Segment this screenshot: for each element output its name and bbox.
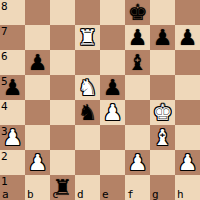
square-b8[interactable] — [25, 0, 50, 25]
square-a4[interactable]: 4 — [0, 100, 25, 125]
square-h3[interactable] — [175, 125, 200, 150]
square-g4[interactable]: ♚ — [150, 100, 175, 125]
square-f1[interactable]: f — [125, 175, 150, 200]
square-h5[interactable] — [175, 75, 200, 100]
rank-label-2: 2 — [1, 151, 8, 162]
square-a1[interactable]: 1a — [0, 175, 25, 200]
square-d7[interactable]: ♜ — [75, 25, 100, 50]
file-label-b: b — [27, 189, 34, 200]
piece-black-bishop: ♝ — [128, 50, 148, 75]
square-e4[interactable]: ♟ — [100, 100, 125, 125]
rank-label-7: 7 — [1, 26, 8, 37]
piece-black-pawn: ♟ — [153, 25, 173, 50]
piece-white-knight: ♞ — [78, 75, 98, 100]
square-f6[interactable]: ♝ — [125, 50, 150, 75]
piece-white-pawn: ♟ — [178, 150, 198, 175]
square-e5[interactable]: ♟ — [100, 75, 125, 100]
file-label-e: e — [102, 189, 109, 200]
piece-black-pawn: ♟ — [103, 75, 123, 100]
square-e2[interactable] — [100, 150, 125, 175]
square-h6[interactable] — [175, 50, 200, 75]
square-d4[interactable]: ♞ — [75, 100, 100, 125]
piece-white-pawn: ♟ — [28, 150, 48, 175]
square-g1[interactable]: g — [150, 175, 175, 200]
square-c2[interactable] — [50, 150, 75, 175]
square-g6[interactable] — [150, 50, 175, 75]
piece-white-pawn: ♟ — [3, 125, 23, 150]
rank-label-6: 6 — [1, 51, 8, 62]
square-h1[interactable]: h — [175, 175, 200, 200]
square-a6[interactable]: 6 — [0, 50, 25, 75]
piece-black-pawn: ♟ — [3, 75, 23, 100]
square-b1[interactable]: b — [25, 175, 50, 200]
piece-black-pawn: ♟ — [28, 50, 48, 75]
square-f5[interactable] — [125, 75, 150, 100]
chess-board: 8♚7♜♟♟♟6♟♝5♟♞♟4♞♟♚3♟♝2♟♟♟1abc♜defgh — [0, 0, 200, 200]
square-g5[interactable] — [150, 75, 175, 100]
rank-label-1: 1 — [1, 176, 8, 187]
square-d3[interactable] — [75, 125, 100, 150]
square-c5[interactable] — [50, 75, 75, 100]
rank-label-4: 4 — [1, 101, 8, 112]
square-h8[interactable] — [175, 0, 200, 25]
file-label-h: h — [177, 189, 184, 200]
square-e3[interactable] — [100, 125, 125, 150]
square-c7[interactable] — [50, 25, 75, 50]
file-label-f: f — [127, 189, 134, 200]
piece-black-pawn: ♟ — [128, 25, 148, 50]
square-d8[interactable] — [75, 0, 100, 25]
square-f2[interactable]: ♟ — [125, 150, 150, 175]
square-c8[interactable] — [50, 0, 75, 25]
square-h2[interactable]: ♟ — [175, 150, 200, 175]
piece-white-pawn: ♟ — [128, 150, 148, 175]
file-label-g: g — [152, 189, 159, 200]
square-f7[interactable]: ♟ — [125, 25, 150, 50]
piece-white-king: ♚ — [153, 100, 173, 125]
square-b6[interactable]: ♟ — [25, 50, 50, 75]
square-a8[interactable]: 8 — [0, 0, 25, 25]
square-c1[interactable]: c♜ — [50, 175, 75, 200]
square-a2[interactable]: 2 — [0, 150, 25, 175]
square-a7[interactable]: 7 — [0, 25, 25, 50]
piece-white-bishop: ♝ — [153, 125, 173, 150]
square-a3[interactable]: 3♟ — [0, 125, 25, 150]
square-b4[interactable] — [25, 100, 50, 125]
square-b7[interactable] — [25, 25, 50, 50]
piece-white-pawn: ♟ — [103, 100, 123, 125]
square-e7[interactable] — [100, 25, 125, 50]
square-h4[interactable] — [175, 100, 200, 125]
square-e8[interactable] — [100, 0, 125, 25]
square-h7[interactable]: ♟ — [175, 25, 200, 50]
file-label-d: d — [77, 189, 84, 200]
piece-black-king: ♚ — [128, 0, 148, 25]
square-g3[interactable]: ♝ — [150, 125, 175, 150]
square-c4[interactable] — [50, 100, 75, 125]
square-b5[interactable] — [25, 75, 50, 100]
square-b3[interactable] — [25, 125, 50, 150]
square-c3[interactable] — [50, 125, 75, 150]
square-e1[interactable]: e — [100, 175, 125, 200]
square-d5[interactable]: ♞ — [75, 75, 100, 100]
square-g8[interactable] — [150, 0, 175, 25]
square-f8[interactable]: ♚ — [125, 0, 150, 25]
square-d2[interactable] — [75, 150, 100, 175]
square-c6[interactable] — [50, 50, 75, 75]
square-d1[interactable]: d — [75, 175, 100, 200]
square-b2[interactable]: ♟ — [25, 150, 50, 175]
square-d6[interactable] — [75, 50, 100, 75]
square-g7[interactable]: ♟ — [150, 25, 175, 50]
piece-black-rook: ♜ — [53, 175, 73, 200]
piece-black-knight: ♞ — [78, 100, 98, 125]
rank-label-8: 8 — [1, 1, 8, 12]
piece-white-rook: ♜ — [78, 25, 98, 50]
square-f4[interactable] — [125, 100, 150, 125]
file-label-a: a — [2, 189, 9, 200]
piece-black-pawn: ♟ — [178, 25, 198, 50]
square-g2[interactable] — [150, 150, 175, 175]
square-f3[interactable] — [125, 125, 150, 150]
square-a5[interactable]: 5♟ — [0, 75, 25, 100]
square-e6[interactable] — [100, 50, 125, 75]
